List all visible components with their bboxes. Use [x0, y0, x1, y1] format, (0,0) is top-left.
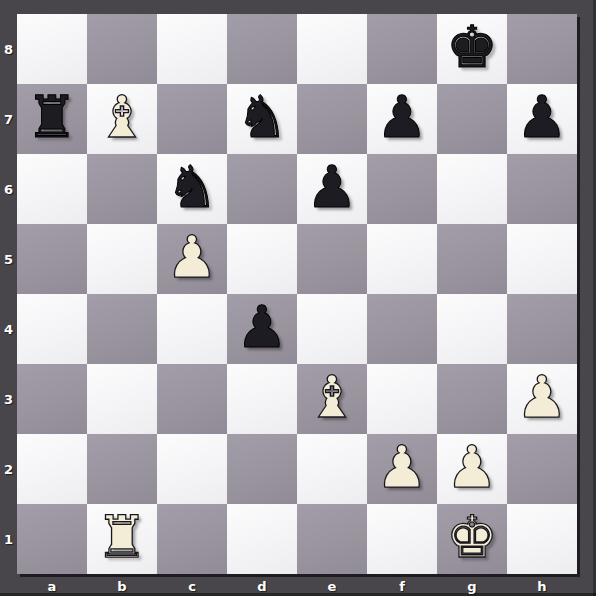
file-label-c: c: [157, 577, 227, 596]
square-e5[interactable]: [297, 224, 367, 294]
square-a2[interactable]: [17, 434, 87, 504]
square-a3[interactable]: [17, 364, 87, 434]
piece-black-knight-c6[interactable]: ♞: [166, 152, 218, 222]
square-g3[interactable]: [437, 364, 507, 434]
square-c3[interactable]: [157, 364, 227, 434]
file-label-d: d: [227, 577, 297, 596]
square-a1[interactable]: [17, 504, 87, 574]
square-e8[interactable]: [297, 14, 367, 84]
square-h2[interactable]: [507, 434, 577, 504]
square-f3[interactable]: [367, 364, 437, 434]
square-e2[interactable]: [297, 434, 367, 504]
square-d4[interactable]: ♟: [227, 294, 297, 364]
file-label-e: e: [297, 577, 367, 596]
square-c1[interactable]: [157, 504, 227, 574]
square-d1[interactable]: [227, 504, 297, 574]
piece-black-pawn-d4[interactable]: ♟: [236, 292, 288, 362]
square-e1[interactable]: [297, 504, 367, 574]
square-d2[interactable]: [227, 434, 297, 504]
square-c8[interactable]: [157, 14, 227, 84]
square-f5[interactable]: [367, 224, 437, 294]
square-e7[interactable]: [297, 84, 367, 154]
piece-white-bishop-b7[interactable]: ♝: [96, 82, 148, 152]
square-g5[interactable]: [437, 224, 507, 294]
file-label-a: a: [17, 577, 87, 596]
rank-label-5: 5: [0, 224, 17, 294]
square-e3[interactable]: ♝: [297, 364, 367, 434]
square-a6[interactable]: [17, 154, 87, 224]
square-b1[interactable]: ♜: [87, 504, 157, 574]
square-a7[interactable]: ♜: [17, 84, 87, 154]
square-f1[interactable]: [367, 504, 437, 574]
file-label-h: h: [507, 577, 577, 596]
piece-white-pawn-h3[interactable]: ♟: [516, 362, 568, 432]
piece-white-king-g1[interactable]: ♚: [446, 502, 498, 572]
square-g8[interactable]: ♚: [437, 14, 507, 84]
square-h4[interactable]: [507, 294, 577, 364]
square-c5[interactable]: ♟: [157, 224, 227, 294]
piece-white-bishop-e3[interactable]: ♝: [306, 362, 358, 432]
piece-white-pawn-g2[interactable]: ♟: [446, 432, 498, 502]
rank-label-6: 6: [0, 154, 17, 224]
square-c2[interactable]: [157, 434, 227, 504]
file-label-b: b: [87, 577, 157, 596]
rank-label-1: 1: [0, 504, 17, 574]
piece-white-pawn-f2[interactable]: ♟: [376, 432, 428, 502]
square-c6[interactable]: ♞: [157, 154, 227, 224]
square-h5[interactable]: [507, 224, 577, 294]
square-g7[interactable]: [437, 84, 507, 154]
square-b4[interactable]: [87, 294, 157, 364]
file-label-g: g: [437, 577, 507, 596]
piece-black-knight-d7[interactable]: ♞: [236, 82, 288, 152]
square-b6[interactable]: [87, 154, 157, 224]
square-e4[interactable]: [297, 294, 367, 364]
square-b2[interactable]: [87, 434, 157, 504]
chess-board: ♚♜♝♞♟♟♞♟♟♟♝♟♟♟♜♚: [17, 14, 577, 574]
square-f2[interactable]: ♟: [367, 434, 437, 504]
square-g6[interactable]: [437, 154, 507, 224]
rank-label-2: 2: [0, 434, 17, 504]
square-h1[interactable]: [507, 504, 577, 574]
square-c7[interactable]: [157, 84, 227, 154]
piece-black-king-g8[interactable]: ♚: [446, 12, 498, 82]
piece-black-rook-a7[interactable]: ♜: [26, 82, 78, 152]
chess-board-frame: ♚♜♝♞♟♟♞♟♟♟♝♟♟♟♜♚ 87654321 abcdefgh: [0, 0, 596, 596]
square-b5[interactable]: [87, 224, 157, 294]
square-a4[interactable]: [17, 294, 87, 364]
piece-black-pawn-h7[interactable]: ♟: [516, 82, 568, 152]
square-a8[interactable]: [17, 14, 87, 84]
square-d5[interactable]: [227, 224, 297, 294]
square-h6[interactable]: [507, 154, 577, 224]
piece-black-pawn-e6[interactable]: ♟: [306, 152, 358, 222]
square-b7[interactable]: ♝: [87, 84, 157, 154]
piece-white-pawn-c5[interactable]: ♟: [166, 222, 218, 292]
square-d8[interactable]: [227, 14, 297, 84]
square-h3[interactable]: ♟: [507, 364, 577, 434]
rank-label-3: 3: [0, 364, 17, 434]
square-h8[interactable]: [507, 14, 577, 84]
piece-white-rook-b1[interactable]: ♜: [96, 502, 148, 572]
square-f7[interactable]: ♟: [367, 84, 437, 154]
square-d6[interactable]: [227, 154, 297, 224]
square-h7[interactable]: ♟: [507, 84, 577, 154]
square-e6[interactable]: ♟: [297, 154, 367, 224]
square-f4[interactable]: [367, 294, 437, 364]
square-g4[interactable]: [437, 294, 507, 364]
square-d3[interactable]: [227, 364, 297, 434]
square-g2[interactable]: ♟: [437, 434, 507, 504]
rank-label-4: 4: [0, 294, 17, 364]
square-b3[interactable]: [87, 364, 157, 434]
square-g1[interactable]: ♚: [437, 504, 507, 574]
square-f6[interactable]: [367, 154, 437, 224]
rank-label-7: 7: [0, 84, 17, 154]
file-label-f: f: [367, 577, 437, 596]
square-f8[interactable]: [367, 14, 437, 84]
piece-black-pawn-f7[interactable]: ♟: [376, 82, 428, 152]
square-d7[interactable]: ♞: [227, 84, 297, 154]
square-c4[interactable]: [157, 294, 227, 364]
square-a5[interactable]: [17, 224, 87, 294]
rank-label-8: 8: [0, 14, 17, 84]
square-b8[interactable]: [87, 14, 157, 84]
